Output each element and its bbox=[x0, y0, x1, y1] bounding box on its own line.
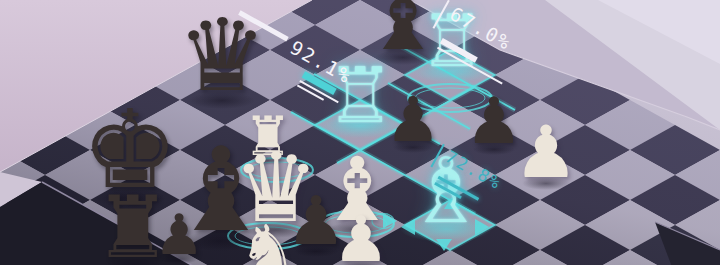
piece-white-pawn-g7: ♟ bbox=[514, 116, 579, 188]
piece-white-knight-f2: ♞ bbox=[238, 217, 297, 265]
chess-hero-scene: ♝♖♛♖♟♟♜♟♚♝♗♛♝♟♟♜♟♞ 92.1% 67.0% 72.8% bbox=[0, 0, 720, 265]
pieces-layer: ♝♖♛♖♟♟♜♟♚♝♗♛♝♟♟♜♟♞ bbox=[0, 0, 720, 265]
piece-black-rook-d1: ♜ bbox=[94, 184, 171, 265]
piece-white-pawn-g3: ♟ bbox=[333, 208, 389, 265]
